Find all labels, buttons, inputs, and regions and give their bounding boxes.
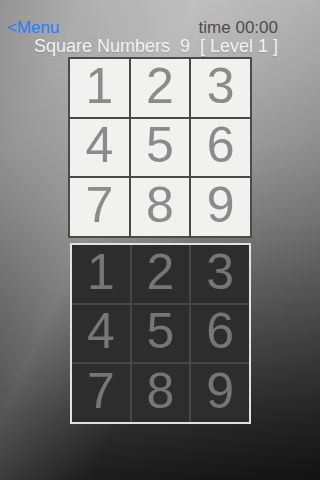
upper-cell-r2c2[interactable]: 5 [131, 119, 190, 177]
page-title: Square Numbers 9 [ Level 1 ] [0, 37, 312, 55]
upper-cell-r3c3[interactable]: 9 [191, 178, 250, 236]
lower-cell-r3c1[interactable]: 7 [72, 364, 130, 422]
lower-cell-r2c1[interactable]: 4 [72, 305, 130, 363]
upper-cell-r1c2[interactable]: 2 [131, 59, 190, 117]
lower-cell-r3c2[interactable]: 8 [132, 364, 190, 422]
upper-cell-r2c1[interactable]: 4 [70, 119, 129, 177]
lower-cell-r1c2[interactable]: 2 [132, 245, 190, 303]
timer-label: time 00:00 [199, 19, 278, 36]
lower-board: 1 2 3 4 5 6 7 8 9 [70, 243, 251, 424]
upper-cell-r3c1[interactable]: 7 [70, 178, 129, 236]
lower-cell-r3c3[interactable]: 9 [191, 364, 249, 422]
upper-board: 1 2 3 4 5 6 7 8 9 [68, 57, 252, 238]
lower-cell-r2c2[interactable]: 5 [132, 305, 190, 363]
upper-cell-r2c3[interactable]: 6 [191, 119, 250, 177]
app-screen: <Menu time 00:00 Square Numbers 9 [ Leve… [0, 0, 320, 480]
menu-back-button[interactable]: <Menu [7, 19, 59, 36]
lower-cell-r2c3[interactable]: 6 [191, 305, 249, 363]
upper-cell-r1c3[interactable]: 3 [191, 59, 250, 117]
lower-cell-r1c3[interactable]: 3 [191, 245, 249, 303]
upper-cell-r1c1[interactable]: 1 [70, 59, 129, 117]
lower-cell-r1c1[interactable]: 1 [72, 245, 130, 303]
upper-cell-r3c2[interactable]: 8 [131, 178, 190, 236]
